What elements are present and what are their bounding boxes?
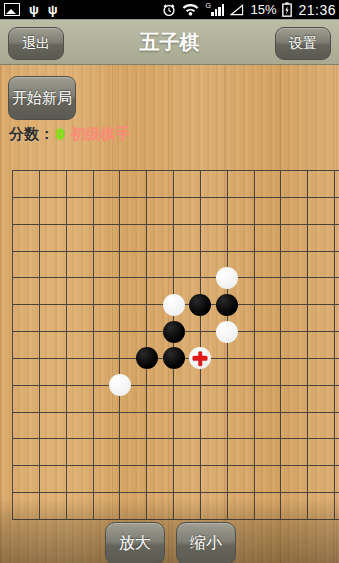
stone-white <box>189 347 211 369</box>
new-game-button[interactable]: 开始新局 <box>8 76 76 120</box>
battery-charging-icon <box>282 2 292 17</box>
screenshot-icon <box>4 3 20 16</box>
stone-white <box>216 267 238 289</box>
score-value: 0 <box>56 125 64 142</box>
clock-time: 21:36 <box>298 2 336 18</box>
last-move-cross-icon <box>193 356 208 361</box>
zoom-out-button[interactable]: 缩小 <box>176 522 236 563</box>
stone-black <box>216 294 238 316</box>
bottom-shade <box>0 499 339 563</box>
zoom-in-button[interactable]: 放大 <box>105 522 165 563</box>
status-bar: ψ ψ G 15% 21:36 <box>0 0 339 20</box>
player-rank: 初级棋手 <box>70 125 130 142</box>
score-line: 分数：0初级棋手 <box>9 125 130 144</box>
wifi-icon <box>182 3 199 16</box>
usb-icon: ψ <box>48 3 58 16</box>
stone-black <box>163 347 185 369</box>
stone-white <box>163 294 185 316</box>
gomoku-board[interactable] <box>12 170 339 520</box>
settings-button[interactable]: 设置 <box>275 27 331 60</box>
signal-type-label: G <box>205 2 210 9</box>
stone-white <box>216 321 238 343</box>
title-bar: 退出 五子棋 设置 <box>0 20 339 65</box>
status-bar-right: G 15% 21:36 <box>162 2 339 18</box>
stone-black <box>136 347 158 369</box>
signal-bars-icon: G <box>205 4 224 16</box>
stone-black <box>189 294 211 316</box>
battery-percent: 15% <box>250 2 276 17</box>
alarm-icon <box>162 3 176 17</box>
wood-background: 开始新局 分数：0初级棋手 放大 缩小 <box>0 65 339 563</box>
status-bar-left: ψ ψ <box>0 3 58 16</box>
usb-icon: ψ <box>29 3 39 16</box>
stone-white <box>109 374 131 396</box>
roaming-triangle-icon <box>230 4 244 16</box>
score-label: 分数： <box>9 125 54 142</box>
stone-black <box>163 321 185 343</box>
